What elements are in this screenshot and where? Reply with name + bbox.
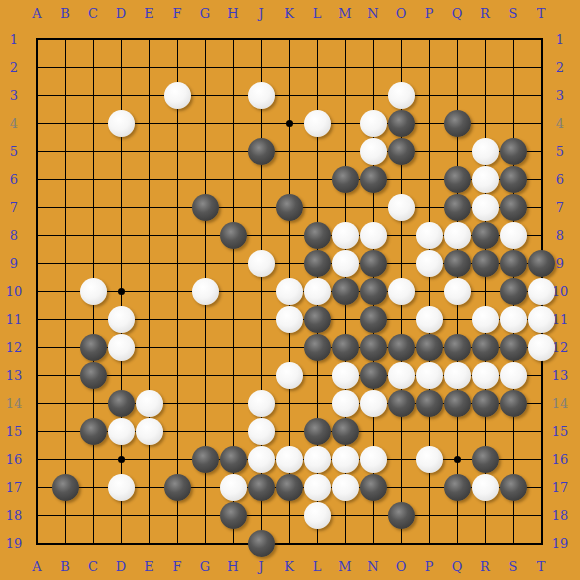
intersection-M7[interactable] [331, 193, 359, 221]
intersection-S14 [499, 389, 527, 417]
intersection-D8[interactable] [107, 221, 135, 249]
stone-white-Q8 [444, 222, 471, 249]
intersection-P9 [415, 249, 443, 277]
intersection-C18[interactable] [79, 501, 107, 529]
stone-white-P11 [416, 306, 443, 333]
intersection-A18[interactable] [23, 501, 51, 529]
intersection-J17 [247, 473, 275, 501]
intersection-P17[interactable] [415, 473, 443, 501]
intersection-T16[interactable] [527, 445, 555, 473]
intersection-Q5[interactable] [443, 137, 471, 165]
intersection-C2[interactable] [79, 53, 107, 81]
intersection-E10[interactable] [135, 277, 163, 305]
stone-black-H18 [220, 502, 247, 529]
stone-white-K11 [276, 306, 303, 333]
intersection-C9[interactable] [79, 249, 107, 277]
intersection-D3[interactable] [107, 81, 135, 109]
intersection-B15[interactable] [51, 417, 79, 445]
stone-white-L17 [304, 474, 331, 501]
intersection-K6[interactable] [275, 165, 303, 193]
stone-black-R8 [472, 222, 499, 249]
intersection-S1[interactable] [499, 25, 527, 53]
intersection-E9[interactable] [135, 249, 163, 277]
intersection-J13[interactable] [247, 361, 275, 389]
stone-black-S6 [500, 166, 527, 193]
intersection-G5[interactable] [191, 137, 219, 165]
intersection-J16 [247, 445, 275, 473]
intersection-K18[interactable] [275, 501, 303, 529]
intersection-M19[interactable] [331, 529, 359, 557]
intersection-D2[interactable] [107, 53, 135, 81]
intersection-J12[interactable] [247, 333, 275, 361]
intersection-S3[interactable] [499, 81, 527, 109]
intersection-A14[interactable] [23, 389, 51, 417]
intersection-G8[interactable] [191, 221, 219, 249]
stone-white-N14 [360, 390, 387, 417]
intersection-P6[interactable] [415, 165, 443, 193]
intersection-A9[interactable] [23, 249, 51, 277]
intersection-E1[interactable] [135, 25, 163, 53]
intersection-G6[interactable] [191, 165, 219, 193]
intersection-S4[interactable] [499, 109, 527, 137]
intersection-A16[interactable] [23, 445, 51, 473]
intersection-F13[interactable] [163, 361, 191, 389]
intersection-T14[interactable] [527, 389, 555, 417]
intersection-A7[interactable] [23, 193, 51, 221]
intersection-L3[interactable] [303, 81, 331, 109]
intersection-M2[interactable] [331, 53, 359, 81]
intersection-M5[interactable] [331, 137, 359, 165]
intersection-C1[interactable] [79, 25, 107, 53]
intersection-C16[interactable] [79, 445, 107, 473]
intersection-J14 [247, 389, 275, 417]
intersection-P7[interactable] [415, 193, 443, 221]
intersection-G4[interactable] [191, 109, 219, 137]
intersection-N1[interactable] [359, 25, 387, 53]
stone-black-J17 [248, 474, 275, 501]
intersection-P4[interactable] [415, 109, 443, 137]
stone-white-L16 [304, 446, 331, 473]
intersection-Q19[interactable] [443, 529, 471, 557]
intersection-R19[interactable] [471, 529, 499, 557]
intersection-G19[interactable] [191, 529, 219, 557]
stone-white-P8 [416, 222, 443, 249]
intersection-D13[interactable] [107, 361, 135, 389]
intersection-Q3[interactable] [443, 81, 471, 109]
intersection-E19[interactable] [135, 529, 163, 557]
intersection-K4[interactable] [275, 109, 303, 137]
intersection-L6[interactable] [303, 165, 331, 193]
intersection-B11[interactable] [51, 305, 79, 333]
intersection-H6[interactable] [219, 165, 247, 193]
intersection-H9[interactable] [219, 249, 247, 277]
intersection-F1[interactable] [163, 25, 191, 53]
intersection-G12[interactable] [191, 333, 219, 361]
intersection-D5[interactable] [107, 137, 135, 165]
intersection-T2[interactable] [527, 53, 555, 81]
intersection-A10[interactable] [23, 277, 51, 305]
intersection-E18[interactable] [135, 501, 163, 529]
intersection-E2[interactable] [135, 53, 163, 81]
intersection-J9 [247, 249, 275, 277]
intersection-B19[interactable] [51, 529, 79, 557]
intersection-P1[interactable] [415, 25, 443, 53]
intersection-K19[interactable] [275, 529, 303, 557]
intersection-R3[interactable] [471, 81, 499, 109]
intersection-L1[interactable] [303, 25, 331, 53]
intersection-H3[interactable] [219, 81, 247, 109]
intersection-J4[interactable] [247, 109, 275, 137]
intersection-G1[interactable] [191, 25, 219, 53]
intersection-C5[interactable] [79, 137, 107, 165]
intersection-B13[interactable] [51, 361, 79, 389]
intersection-R15[interactable] [471, 417, 499, 445]
intersection-H7[interactable] [219, 193, 247, 221]
intersection-L16 [303, 445, 331, 473]
intersection-D16[interactable] [107, 445, 135, 473]
intersection-O11[interactable] [387, 305, 415, 333]
intersection-K17 [275, 473, 303, 501]
intersection-A2[interactable] [23, 53, 51, 81]
stone-black-M12 [332, 334, 359, 361]
intersection-E13[interactable] [135, 361, 163, 389]
intersection-T1[interactable] [527, 25, 555, 53]
intersection-B16[interactable] [51, 445, 79, 473]
intersection-R12 [471, 333, 499, 361]
intersection-A11[interactable] [23, 305, 51, 333]
stone-white-K10 [276, 278, 303, 305]
stone-white-T10 [528, 278, 555, 305]
intersection-H8 [219, 221, 247, 249]
intersection-K15[interactable] [275, 417, 303, 445]
intersection-L14[interactable] [303, 389, 331, 417]
intersection-K2[interactable] [275, 53, 303, 81]
intersection-E3[interactable] [135, 81, 163, 109]
intersection-B2[interactable] [51, 53, 79, 81]
intersection-G14[interactable] [191, 389, 219, 417]
intersection-K9[interactable] [275, 249, 303, 277]
intersection-J11[interactable] [247, 305, 275, 333]
intersection-C4[interactable] [79, 109, 107, 137]
intersection-L13[interactable] [303, 361, 331, 389]
intersection-F11[interactable] [163, 305, 191, 333]
intersection-F12[interactable] [163, 333, 191, 361]
intersection-J10[interactable] [247, 277, 275, 305]
stone-white-L10 [304, 278, 331, 305]
intersection-Q11[interactable] [443, 305, 471, 333]
intersection-F14[interactable] [163, 389, 191, 417]
stone-black-P14 [416, 390, 443, 417]
intersection-S2[interactable] [499, 53, 527, 81]
intersection-D12 [107, 333, 135, 361]
intersection-T4[interactable] [527, 109, 555, 137]
intersection-H10[interactable] [219, 277, 247, 305]
intersection-T15[interactable] [527, 417, 555, 445]
intersection-D7[interactable] [107, 193, 135, 221]
intersection-D10[interactable] [107, 277, 135, 305]
intersection-A17[interactable] [23, 473, 51, 501]
intersection-T5[interactable] [527, 137, 555, 165]
intersection-A15[interactable] [23, 417, 51, 445]
intersection-B3[interactable] [51, 81, 79, 109]
intersection-T7[interactable] [527, 193, 555, 221]
intersection-C7[interactable] [79, 193, 107, 221]
intersection-E16[interactable] [135, 445, 163, 473]
stone-black-N6 [360, 166, 387, 193]
intersection-N15[interactable] [359, 417, 387, 445]
intersection-D1[interactable] [107, 25, 135, 53]
intersection-G9[interactable] [191, 249, 219, 277]
intersection-J18[interactable] [247, 501, 275, 529]
stone-white-S11 [500, 306, 527, 333]
intersection-Q2[interactable] [443, 53, 471, 81]
intersection-E11[interactable] [135, 305, 163, 333]
intersection-P18[interactable] [415, 501, 443, 529]
intersection-Q15[interactable] [443, 417, 471, 445]
intersection-F18[interactable] [163, 501, 191, 529]
intersection-K14[interactable] [275, 389, 303, 417]
intersection-F8[interactable] [163, 221, 191, 249]
intersection-C14[interactable] [79, 389, 107, 417]
intersection-O2[interactable] [387, 53, 415, 81]
intersection-N18[interactable] [359, 501, 387, 529]
intersection-O19[interactable] [387, 529, 415, 557]
intersection-K3[interactable] [275, 81, 303, 109]
intersection-F16[interactable] [163, 445, 191, 473]
intersection-J7[interactable] [247, 193, 275, 221]
intersection-A1[interactable] [23, 25, 51, 53]
intersection-K5[interactable] [275, 137, 303, 165]
intersection-R4[interactable] [471, 109, 499, 137]
intersection-H19[interactable] [219, 529, 247, 557]
col-label-top-J: J [247, 0, 275, 26]
intersection-R2[interactable] [471, 53, 499, 81]
intersection-B14[interactable] [51, 389, 79, 417]
intersection-P16 [415, 445, 443, 473]
intersection-N19[interactable] [359, 529, 387, 557]
intersection-F9[interactable] [163, 249, 191, 277]
intersection-A19[interactable] [23, 529, 51, 557]
intersection-J1[interactable] [247, 25, 275, 53]
intersection-K7 [275, 193, 303, 221]
intersection-Q10 [443, 277, 471, 305]
intersection-E5[interactable] [135, 137, 163, 165]
intersection-S16[interactable] [499, 445, 527, 473]
stone-white-S13 [500, 362, 527, 389]
intersection-K1[interactable] [275, 25, 303, 53]
intersection-G18[interactable] [191, 501, 219, 529]
stone-white-M9 [332, 250, 359, 277]
col-label-top-Q: Q [443, 0, 471, 26]
intersection-M3[interactable] [331, 81, 359, 109]
intersection-P19[interactable] [415, 529, 443, 557]
intersection-F7[interactable] [163, 193, 191, 221]
intersection-L8 [303, 221, 331, 249]
intersection-A8[interactable] [23, 221, 51, 249]
intersection-B5[interactable] [51, 137, 79, 165]
intersection-M1[interactable] [331, 25, 359, 53]
intersection-G15[interactable] [191, 417, 219, 445]
intersection-O15[interactable] [387, 417, 415, 445]
stone-black-Q14 [444, 390, 471, 417]
intersection-P2[interactable] [415, 53, 443, 81]
intersection-B6[interactable] [51, 165, 79, 193]
intersection-H14[interactable] [219, 389, 247, 417]
intersection-A4[interactable] [23, 109, 51, 137]
intersection-E12[interactable] [135, 333, 163, 361]
intersection-S19[interactable] [499, 529, 527, 557]
intersection-A12[interactable] [23, 333, 51, 361]
intersection-F6[interactable] [163, 165, 191, 193]
intersection-M4[interactable] [331, 109, 359, 137]
intersection-F15[interactable] [163, 417, 191, 445]
intersection-M12 [331, 333, 359, 361]
intersection-H2[interactable] [219, 53, 247, 81]
intersection-T3[interactable] [527, 81, 555, 109]
intersection-J8[interactable] [247, 221, 275, 249]
intersection-T19[interactable] [527, 529, 555, 557]
intersection-L7[interactable] [303, 193, 331, 221]
intersection-K12[interactable] [275, 333, 303, 361]
intersection-L19[interactable] [303, 529, 331, 557]
intersection-J5 [247, 137, 275, 165]
intersection-Q18[interactable] [443, 501, 471, 529]
intersection-B8[interactable] [51, 221, 79, 249]
intersection-T8[interactable] [527, 221, 555, 249]
col-label-top-O: O [387, 0, 415, 26]
intersection-N14 [359, 389, 387, 417]
intersection-M17 [331, 473, 359, 501]
intersection-R18[interactable] [471, 501, 499, 529]
intersection-B12[interactable] [51, 333, 79, 361]
intersection-B7[interactable] [51, 193, 79, 221]
intersection-H15[interactable] [219, 417, 247, 445]
intersection-S18[interactable] [499, 501, 527, 529]
intersection-E4[interactable] [135, 109, 163, 137]
intersection-H5[interactable] [219, 137, 247, 165]
stone-black-R14 [472, 390, 499, 417]
intersection-Q1[interactable] [443, 25, 471, 53]
intersection-G17[interactable] [191, 473, 219, 501]
intersection-C6[interactable] [79, 165, 107, 193]
intersection-G2[interactable] [191, 53, 219, 81]
intersection-L18 [303, 501, 331, 529]
stone-white-P9 [416, 250, 443, 277]
intersection-P12 [415, 333, 443, 361]
intersection-B1[interactable] [51, 25, 79, 53]
intersection-D19[interactable] [107, 529, 135, 557]
intersection-A13[interactable] [23, 361, 51, 389]
intersection-A5[interactable] [23, 137, 51, 165]
intersection-N7[interactable] [359, 193, 387, 221]
intersection-O1[interactable] [387, 25, 415, 53]
intersection-J6[interactable] [247, 165, 275, 193]
intersection-G11[interactable] [191, 305, 219, 333]
intersection-B9[interactable] [51, 249, 79, 277]
intersection-C17[interactable] [79, 473, 107, 501]
intersection-S15[interactable] [499, 417, 527, 445]
intersection-E6[interactable] [135, 165, 163, 193]
intersection-E7[interactable] [135, 193, 163, 221]
intersection-M18[interactable] [331, 501, 359, 529]
intersection-T17[interactable] [527, 473, 555, 501]
intersection-J2[interactable] [247, 53, 275, 81]
intersection-C11[interactable] [79, 305, 107, 333]
col-label-top-S: S [499, 0, 527, 26]
intersection-R1[interactable] [471, 25, 499, 53]
stone-black-M10 [332, 278, 359, 305]
intersection-R9 [471, 249, 499, 277]
intersection-P15[interactable] [415, 417, 443, 445]
intersection-H13[interactable] [219, 361, 247, 389]
intersection-N11 [359, 305, 387, 333]
intersection-O8[interactable] [387, 221, 415, 249]
intersection-O9[interactable] [387, 249, 415, 277]
intersection-P3[interactable] [415, 81, 443, 109]
intersection-L9 [303, 249, 331, 277]
intersection-N3[interactable] [359, 81, 387, 109]
intersection-A6[interactable] [23, 165, 51, 193]
stone-black-Q6 [444, 166, 471, 193]
intersection-D18[interactable] [107, 501, 135, 529]
intersection-B18[interactable] [51, 501, 79, 529]
stone-black-L11 [304, 306, 331, 333]
stone-white-J3 [248, 82, 275, 109]
intersection-C19[interactable] [79, 529, 107, 557]
intersection-B10[interactable] [51, 277, 79, 305]
intersection-H1[interactable] [219, 25, 247, 53]
intersection-F19[interactable] [163, 529, 191, 557]
intersection-G3[interactable] [191, 81, 219, 109]
intersection-T6[interactable] [527, 165, 555, 193]
intersection-L5[interactable] [303, 137, 331, 165]
intersection-F10[interactable] [163, 277, 191, 305]
intersection-P5[interactable] [415, 137, 443, 165]
intersection-T18[interactable] [527, 501, 555, 529]
intersection-B4[interactable] [51, 109, 79, 137]
intersection-T13[interactable] [527, 361, 555, 389]
intersection-C8[interactable] [79, 221, 107, 249]
intersection-O16[interactable] [387, 445, 415, 473]
intersection-C12 [79, 333, 107, 361]
stone-white-N5 [360, 138, 387, 165]
intersection-L2[interactable] [303, 53, 331, 81]
intersection-G13[interactable] [191, 361, 219, 389]
intersection-H11[interactable] [219, 305, 247, 333]
stone-white-R7 [472, 194, 499, 221]
intersection-E8[interactable] [135, 221, 163, 249]
intersection-F4[interactable] [163, 109, 191, 137]
intersection-E17[interactable] [135, 473, 163, 501]
intersection-D9[interactable] [107, 249, 135, 277]
intersection-P10[interactable] [415, 277, 443, 305]
intersection-F5[interactable] [163, 137, 191, 165]
intersection-H12[interactable] [219, 333, 247, 361]
intersection-R10[interactable] [471, 277, 499, 305]
intersection-N2[interactable] [359, 53, 387, 81]
intersection-O6[interactable] [387, 165, 415, 193]
intersection-A3[interactable] [23, 81, 51, 109]
intersection-M11[interactable] [331, 305, 359, 333]
intersection-F2[interactable] [163, 53, 191, 81]
intersection-O17[interactable] [387, 473, 415, 501]
intersection-Q16[interactable] [443, 445, 471, 473]
intersection-C3[interactable] [79, 81, 107, 109]
intersection-D6[interactable] [107, 165, 135, 193]
intersection-H4[interactable] [219, 109, 247, 137]
stone-black-R16 [472, 446, 499, 473]
intersection-K8[interactable] [275, 221, 303, 249]
